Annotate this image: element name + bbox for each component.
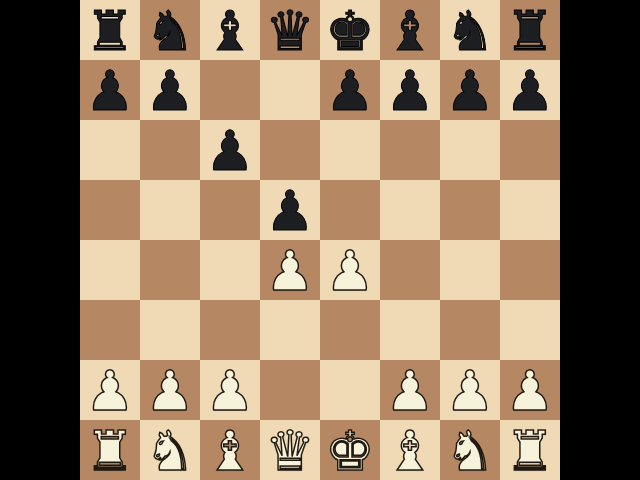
black-pawn-piece[interactable]: ♟ [205, 121, 254, 180]
square-e6[interactable] [320, 120, 380, 180]
square-b8[interactable]: ♞ [140, 0, 200, 60]
square-e8[interactable]: ♚ [320, 0, 380, 60]
square-g6[interactable] [440, 120, 500, 180]
white-pawn-piece[interactable]: ♟ [205, 361, 254, 420]
white-pawn-piece[interactable]: ♟ [505, 361, 554, 420]
square-c5[interactable] [200, 180, 260, 240]
black-queen-piece[interactable]: ♛ [265, 1, 314, 60]
square-g1[interactable]: ♞ [440, 420, 500, 480]
square-d7[interactable] [260, 60, 320, 120]
square-f5[interactable] [380, 180, 440, 240]
square-c4[interactable] [200, 240, 260, 300]
black-pawn-piece[interactable]: ♟ [325, 61, 374, 120]
square-d1[interactable]: ♛ [260, 420, 320, 480]
square-a3[interactable] [80, 300, 140, 360]
square-h3[interactable] [500, 300, 560, 360]
black-bishop-piece[interactable]: ♝ [205, 1, 254, 60]
square-c1[interactable]: ♝ [200, 420, 260, 480]
white-pawn-piece[interactable]: ♟ [145, 361, 194, 420]
square-e7[interactable]: ♟ [320, 60, 380, 120]
square-g3[interactable] [440, 300, 500, 360]
square-g7[interactable]: ♟ [440, 60, 500, 120]
black-knight-piece[interactable]: ♞ [445, 1, 494, 60]
black-pawn-piece[interactable]: ♟ [445, 61, 494, 120]
white-pawn-piece[interactable]: ♟ [85, 361, 134, 420]
square-c3[interactable] [200, 300, 260, 360]
square-h2[interactable]: ♟ [500, 360, 560, 420]
square-f3[interactable] [380, 300, 440, 360]
white-rook-piece[interactable]: ♜ [505, 421, 554, 480]
square-g2[interactable]: ♟ [440, 360, 500, 420]
black-king-piece[interactable]: ♚ [325, 1, 374, 60]
square-b6[interactable] [140, 120, 200, 180]
square-b3[interactable] [140, 300, 200, 360]
square-a5[interactable] [80, 180, 140, 240]
square-c2[interactable]: ♟ [200, 360, 260, 420]
white-queen-piece[interactable]: ♛ [265, 421, 314, 480]
square-f7[interactable]: ♟ [380, 60, 440, 120]
square-b5[interactable] [140, 180, 200, 240]
square-a4[interactable] [80, 240, 140, 300]
square-d8[interactable]: ♛ [260, 0, 320, 60]
square-f1[interactable]: ♝ [380, 420, 440, 480]
square-g8[interactable]: ♞ [440, 0, 500, 60]
square-c7[interactable] [200, 60, 260, 120]
square-a1[interactable]: ♜ [80, 420, 140, 480]
chess-app-frame: ♜♞♝♛♚♝♞♜♟♟♟♟♟♟♟♟♟♟♟♟♟♟♟♟♜♞♝♛♚♝♞♜ [0, 0, 640, 480]
square-h1[interactable]: ♜ [500, 420, 560, 480]
square-h4[interactable] [500, 240, 560, 300]
square-f2[interactable]: ♟ [380, 360, 440, 420]
black-pawn-piece[interactable]: ♟ [265, 181, 314, 240]
white-pawn-piece[interactable]: ♟ [445, 361, 494, 420]
black-rook-piece[interactable]: ♜ [85, 1, 134, 60]
square-f4[interactable] [380, 240, 440, 300]
white-pawn-piece[interactable]: ♟ [265, 241, 314, 300]
black-rook-piece[interactable]: ♜ [505, 1, 554, 60]
white-bishop-piece[interactable]: ♝ [385, 421, 434, 480]
square-a6[interactable] [80, 120, 140, 180]
square-d6[interactable] [260, 120, 320, 180]
square-d2[interactable] [260, 360, 320, 420]
square-e1[interactable]: ♚ [320, 420, 380, 480]
black-bishop-piece[interactable]: ♝ [385, 1, 434, 60]
square-e3[interactable] [320, 300, 380, 360]
square-h6[interactable] [500, 120, 560, 180]
square-b1[interactable]: ♞ [140, 420, 200, 480]
square-c8[interactable]: ♝ [200, 0, 260, 60]
black-pawn-piece[interactable]: ♟ [145, 61, 194, 120]
white-bishop-piece[interactable]: ♝ [205, 421, 254, 480]
black-pawn-piece[interactable]: ♟ [85, 61, 134, 120]
square-e2[interactable] [320, 360, 380, 420]
square-f6[interactable] [380, 120, 440, 180]
square-a7[interactable]: ♟ [80, 60, 140, 120]
square-g4[interactable] [440, 240, 500, 300]
chess-board[interactable]: ♜♞♝♛♚♝♞♜♟♟♟♟♟♟♟♟♟♟♟♟♟♟♟♟♜♞♝♛♚♝♞♜ [80, 0, 560, 480]
black-knight-piece[interactable]: ♞ [145, 1, 194, 60]
square-b2[interactable]: ♟ [140, 360, 200, 420]
square-h7[interactable]: ♟ [500, 60, 560, 120]
square-e5[interactable] [320, 180, 380, 240]
white-knight-piece[interactable]: ♞ [145, 421, 194, 480]
right-letterbox-bar [560, 0, 640, 480]
square-c6[interactable]: ♟ [200, 120, 260, 180]
square-g5[interactable] [440, 180, 500, 240]
square-d3[interactable] [260, 300, 320, 360]
square-b4[interactable] [140, 240, 200, 300]
left-letterbox-bar [0, 0, 80, 480]
black-pawn-piece[interactable]: ♟ [385, 61, 434, 120]
square-a2[interactable]: ♟ [80, 360, 140, 420]
square-h5[interactable] [500, 180, 560, 240]
white-king-piece[interactable]: ♚ [325, 421, 374, 480]
square-d5[interactable]: ♟ [260, 180, 320, 240]
white-pawn-piece[interactable]: ♟ [325, 241, 374, 300]
square-f8[interactable]: ♝ [380, 0, 440, 60]
black-pawn-piece[interactable]: ♟ [505, 61, 554, 120]
square-h8[interactable]: ♜ [500, 0, 560, 60]
square-d4[interactable]: ♟ [260, 240, 320, 300]
white-rook-piece[interactable]: ♜ [85, 421, 134, 480]
square-b7[interactable]: ♟ [140, 60, 200, 120]
square-a8[interactable]: ♜ [80, 0, 140, 60]
white-knight-piece[interactable]: ♞ [445, 421, 494, 480]
square-e4[interactable]: ♟ [320, 240, 380, 300]
white-pawn-piece[interactable]: ♟ [385, 361, 434, 420]
